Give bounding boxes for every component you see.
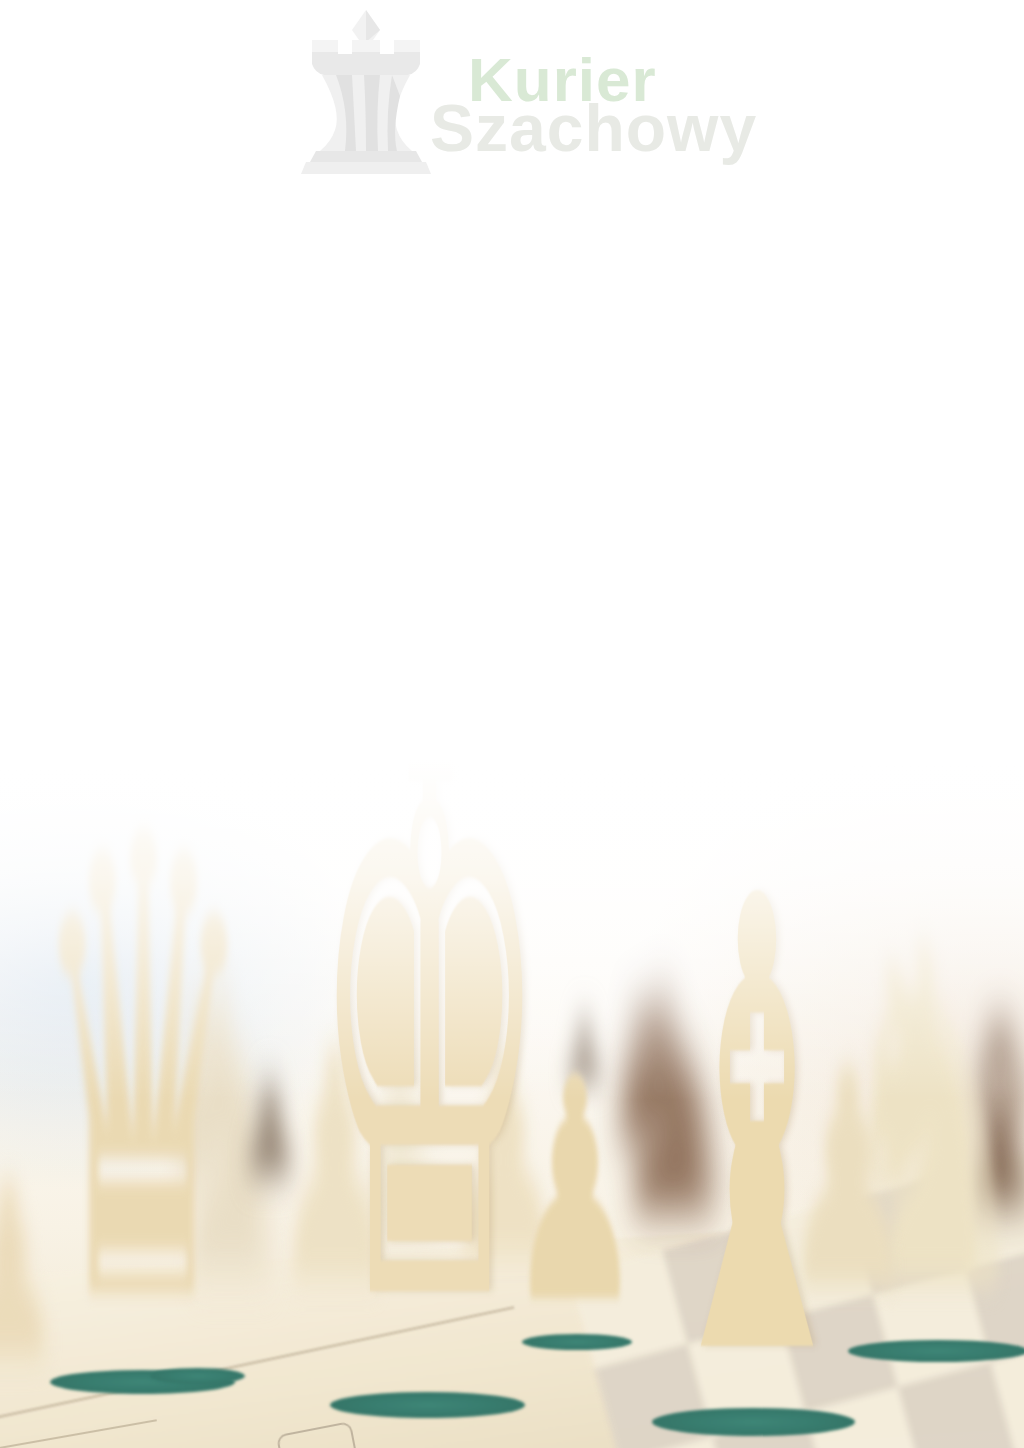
logo-word-szachowy: Szachowy — [430, 90, 757, 166]
white-queen-piece: ♛ — [18, 760, 268, 1392]
chess-pieces-photo: ♞ ♟ ♟ ♞ ♟ ♝ ♞ ♟ ♟ ♟ ♟ ♟ ♛ ♚ ♝ — [0, 760, 1024, 1448]
magazine-cover-page: Kurier Szachowy ♞ ♟ ♟ ♞ ♟ ♝ ♞ ♟ ♟ ♟ ♟ ♟ … — [0, 0, 1024, 1448]
rook-icon — [296, 6, 436, 178]
white-bishop-piece: ♝ — [637, 818, 877, 1442]
white-king-piece: ♚ — [297, 760, 562, 1412]
kurier-szachowy-logo: Kurier Szachowy — [0, 0, 1024, 210]
